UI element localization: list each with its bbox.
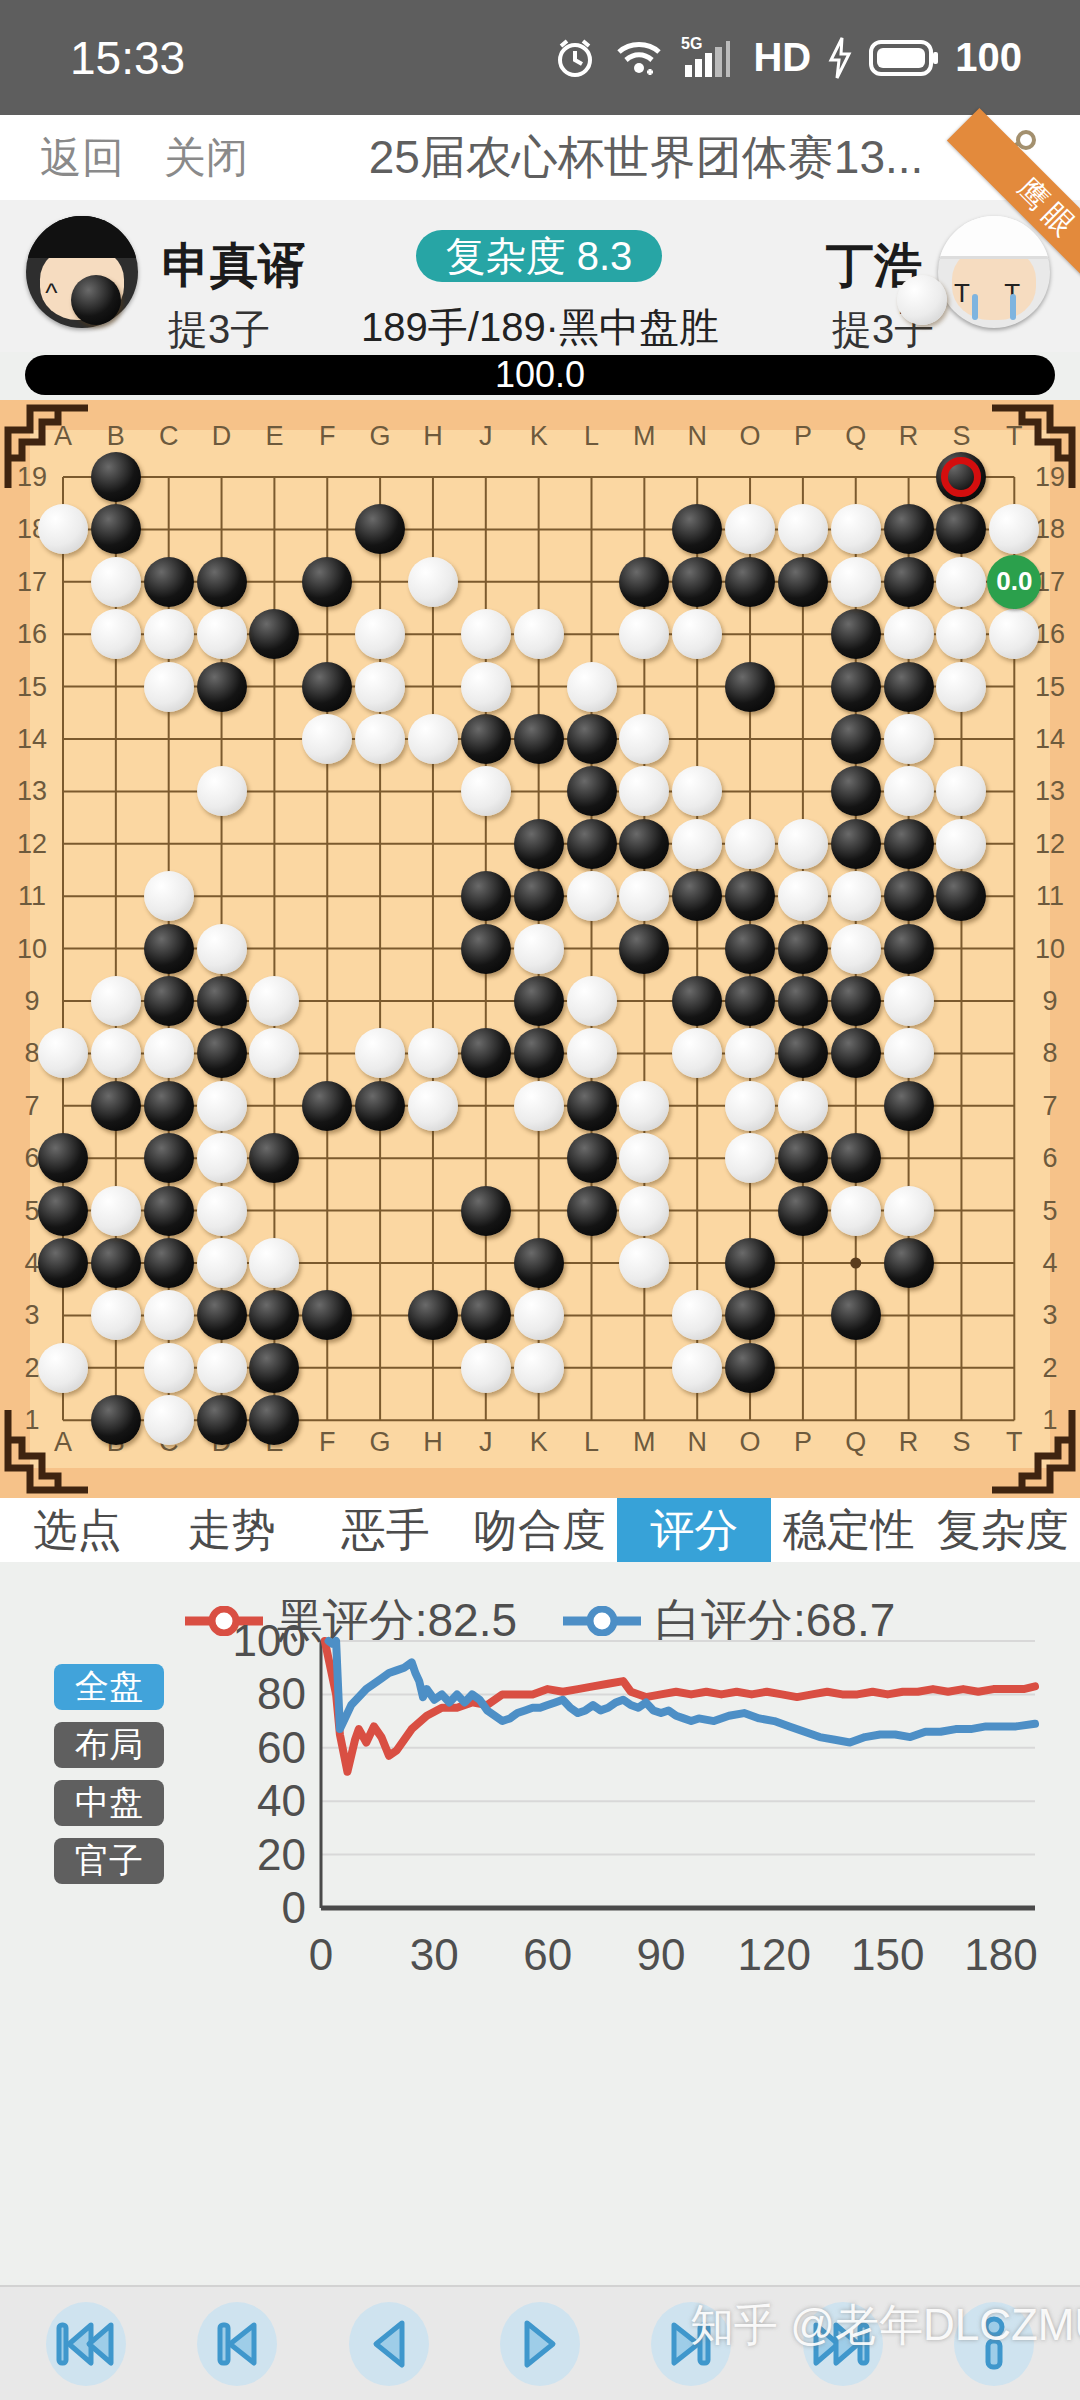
row-label-left: 15: [17, 671, 47, 702]
stone-black-B19: [91, 452, 141, 502]
stone-white-Q5: [831, 1186, 881, 1236]
stone-white-H17: [408, 557, 458, 607]
stone-white-C2: [144, 1343, 194, 1393]
col-label-bottom: P: [794, 1427, 812, 1458]
stone-white-C3: [144, 1290, 194, 1340]
stone-black-O15: [725, 662, 775, 712]
row-label-left: 19: [17, 462, 47, 493]
stone-white-R5: [884, 1186, 934, 1236]
status-icons: 5G HD 100: [553, 35, 1022, 81]
stone-white-O12: [725, 819, 775, 869]
stone-black-L14: [567, 714, 617, 764]
stone-black-M10: [619, 924, 669, 974]
board-corner-ornament: [990, 1408, 1080, 1498]
col-label-top: Q: [845, 421, 866, 452]
stone-white-M5: [619, 1186, 669, 1236]
stone-black-D8: [197, 1028, 247, 1078]
stone-black-L5: [567, 1186, 617, 1236]
stone-black-F17: [302, 557, 352, 607]
stone-black-R15: [884, 662, 934, 712]
col-label-bottom: N: [687, 1427, 707, 1458]
score-chart-panel: 黑评分:82.5 白评分:68.7 全盘布局中盘官子 0204060801000…: [0, 1562, 1080, 2285]
row-label-left: 10: [17, 933, 47, 964]
stone-white-G15: [355, 662, 405, 712]
stone-black-Q16: [831, 609, 881, 659]
stone-white-R13: [884, 766, 934, 816]
stone-black-J11: [461, 871, 511, 921]
app-screen: 15:33 5G HD 100 返回 关闭 25届农心杯世界团体赛13...: [0, 0, 1080, 2400]
stone-white-B3: [91, 1290, 141, 1340]
win-rate-bar: 100.0: [25, 355, 1055, 395]
stone-white-P7: [778, 1081, 828, 1131]
x-tick-0: 0: [309, 1930, 333, 1980]
stone-white-D5: [197, 1186, 247, 1236]
col-label-bottom: Q: [845, 1427, 866, 1458]
row-label-right: 16: [1035, 619, 1065, 650]
stone-black-P5: [778, 1186, 828, 1236]
row-label-left: 13: [17, 776, 47, 807]
stone-white-C11: [144, 871, 194, 921]
watermark: 知乎 @老年DLCZMU: [690, 2296, 1080, 2355]
stone-white-R9: [884, 976, 934, 1026]
analysis-tabs: 选点走势恶手吻合度评分稳定性复杂度: [0, 1498, 1080, 1562]
row-label-right: 2: [1042, 1352, 1057, 1383]
stone-black-J10: [461, 924, 511, 974]
stone-black-B1: [91, 1395, 141, 1445]
stone-white-R14: [884, 714, 934, 764]
stone-white-N13: [672, 766, 722, 816]
black-win-rate: 100.0: [495, 354, 585, 396]
stone-white-A2: [38, 1343, 88, 1393]
row-label-left: 11: [18, 881, 46, 912]
prev-branch-button[interactable]: [194, 2301, 280, 2387]
hd-indicator: HD: [753, 35, 811, 80]
stone-white-M14: [619, 714, 669, 764]
stone-white-N3: [672, 1290, 722, 1340]
wifi-icon: [613, 36, 665, 80]
stone-black-O3: [725, 1290, 775, 1340]
stone-white-D16: [197, 609, 247, 659]
stone-black-D15: [197, 662, 247, 712]
row-label-right: 13: [1035, 776, 1065, 807]
y-tick-40: 40: [186, 1776, 306, 1826]
stone-white-O7: [725, 1081, 775, 1131]
stone-white-P18: [778, 504, 828, 554]
row-label-left: 16: [17, 619, 47, 650]
stone-black-Q3: [831, 1290, 881, 1340]
stone-black-B7: [91, 1081, 141, 1131]
score-line-chart: [321, 1641, 1035, 1908]
col-label-bottom: F: [319, 1427, 336, 1458]
stone-white-N16: [672, 609, 722, 659]
col-label-top: G: [370, 421, 391, 452]
stone-black-N17: [672, 557, 722, 607]
battery-icon: [869, 38, 939, 78]
stone-white-C16: [144, 609, 194, 659]
row-label-right: 4: [1042, 1248, 1057, 1279]
charging-bolt-icon: [827, 36, 853, 80]
row-label-right: 8: [1042, 1038, 1057, 1069]
white-stone-indicator: [897, 275, 947, 325]
stone-white-B17: [91, 557, 141, 607]
stone-white-A8: [38, 1028, 88, 1078]
page-title: 25届农心杯世界团体赛13...: [308, 127, 984, 189]
stone-white-Q18: [831, 504, 881, 554]
stone-white-P12: [778, 819, 828, 869]
x-tick-150: 150: [851, 1930, 924, 1980]
stone-white-K7: [514, 1081, 564, 1131]
close-button[interactable]: 关闭: [164, 130, 248, 186]
stone-white-H7: [408, 1081, 458, 1131]
nav-bar: 返回 关闭 25届农心杯世界团体赛13...: [0, 115, 1080, 201]
stone-black-E16: [249, 609, 299, 659]
stone-white-Q11: [831, 871, 881, 921]
stone-white-K2: [514, 1343, 564, 1393]
stone-black-K8: [514, 1028, 564, 1078]
filter-1[interactable]: 布局: [54, 1722, 164, 1768]
stone-black-R18: [884, 504, 934, 554]
stone-black-S18: [936, 504, 986, 554]
col-label-top: J: [479, 421, 493, 452]
stone-black-A6: [38, 1133, 88, 1183]
players-panel: ^ ^ 申真谞 提3子 复杂度 8.3 189手/189·黑中盘胜 丁浩 提3子…: [0, 200, 1080, 352]
svg-text:5G: 5G: [681, 35, 702, 52]
stone-black-M12: [619, 819, 669, 869]
row-label-left: 12: [17, 828, 47, 859]
row-label-right: 14: [1035, 724, 1065, 755]
col-label-bottom: R: [899, 1427, 919, 1458]
signal-5g-icon: 5G: [681, 35, 737, 81]
stone-white-J2: [461, 1343, 511, 1393]
stone-black-D3: [197, 1290, 247, 1340]
row-label-right: 10: [1035, 933, 1065, 964]
stone-white-B8: [91, 1028, 141, 1078]
col-label-top: K: [530, 421, 548, 452]
stone-white-D6: [197, 1133, 247, 1183]
col-label-top: P: [794, 421, 812, 452]
stone-black-Q6: [831, 1133, 881, 1183]
col-label-top: O: [740, 421, 761, 452]
x-tick-120: 120: [738, 1930, 811, 1980]
stone-black-E1: [249, 1395, 299, 1445]
stone-black-E2: [249, 1343, 299, 1393]
col-label-bottom: G: [370, 1427, 391, 1458]
stone-white-B9: [91, 976, 141, 1026]
stone-white-O8: [725, 1028, 775, 1078]
stone-black-Q15: [831, 662, 881, 712]
stone-black-C9: [144, 976, 194, 1026]
stone-black-O17: [725, 557, 775, 607]
stone-black-P6: [778, 1133, 828, 1183]
stone-white-Q10: [831, 924, 881, 974]
stone-black-K12: [514, 819, 564, 869]
stone-black-N11: [672, 871, 722, 921]
clock-time: 15:33: [70, 31, 185, 85]
x-tick-180: 180: [964, 1930, 1037, 1980]
stone-white-O6: [725, 1133, 775, 1183]
stone-white-L8: [567, 1028, 617, 1078]
tab-5[interactable]: 稳定性: [771, 1498, 925, 1562]
row-label-right: 18: [1035, 514, 1065, 545]
stone-white-K16: [514, 609, 564, 659]
stone-white-S13: [936, 766, 986, 816]
stone-black-G18: [355, 504, 405, 554]
stone-black-G7: [355, 1081, 405, 1131]
stone-white-E8: [249, 1028, 299, 1078]
step-back-button[interactable]: [346, 2301, 432, 2387]
row-label-right: 7: [1042, 1090, 1057, 1121]
stone-white-Q17: [831, 557, 881, 607]
stone-black-K4: [514, 1238, 564, 1288]
stone-white-G16: [355, 609, 405, 659]
stone-white-T18: [989, 504, 1039, 554]
stone-white-G8: [355, 1028, 405, 1078]
tab-6[interactable]: 复杂度: [926, 1498, 1080, 1562]
stone-white-N8: [672, 1028, 722, 1078]
stone-black-S11: [936, 871, 986, 921]
stone-black-F15: [302, 662, 352, 712]
stone-white-L9: [567, 976, 617, 1026]
row-label-left: 7: [24, 1090, 39, 1121]
white-player-avatar: T T: [938, 216, 1050, 328]
y-tick-100: 100: [186, 1616, 306, 1666]
stone-black-Q9: [831, 976, 881, 1026]
col-label-top: E: [265, 421, 283, 452]
filter-0[interactable]: 全盘: [54, 1664, 164, 1710]
stone-black-F7: [302, 1081, 352, 1131]
stone-black-O11: [725, 871, 775, 921]
stone-white-M7: [619, 1081, 669, 1131]
row-label-right: 9: [1042, 986, 1057, 1017]
stone-white-M6: [619, 1133, 669, 1183]
col-label-top: L: [584, 421, 599, 452]
stone-black-D1: [197, 1395, 247, 1445]
y-tick-80: 80: [186, 1669, 306, 1719]
stone-white-E9: [249, 976, 299, 1026]
score-change-badge: 0.0: [987, 555, 1041, 609]
col-label-bottom: J: [479, 1427, 493, 1458]
stone-black-P17: [778, 557, 828, 607]
complexity-badge: 复杂度 8.3: [416, 230, 662, 282]
row-label-right: 3: [1042, 1300, 1057, 1331]
stone-black-E3: [249, 1290, 299, 1340]
stone-white-D7: [197, 1081, 247, 1131]
stone-black-L7: [567, 1081, 617, 1131]
stone-black-C10: [144, 924, 194, 974]
stone-white-C8: [144, 1028, 194, 1078]
stone-black-Q12: [831, 819, 881, 869]
last-move-marker: [941, 457, 981, 497]
stone-black-C6: [144, 1133, 194, 1183]
stone-white-M11: [619, 871, 669, 921]
stone-black-J14: [461, 714, 511, 764]
row-label-left: 17: [17, 566, 47, 597]
stone-black-L6: [567, 1133, 617, 1183]
stone-white-F14: [302, 714, 352, 764]
stone-black-O10: [725, 924, 775, 974]
stone-black-L12: [567, 819, 617, 869]
row-label-left: 1: [24, 1405, 39, 1436]
col-label-top: D: [212, 421, 232, 452]
stone-black-D9: [197, 976, 247, 1026]
black-player-name: 申真谞: [162, 234, 306, 298]
x-tick-90: 90: [637, 1930, 686, 1980]
col-label-top: F: [319, 421, 336, 452]
stone-black-R17: [884, 557, 934, 607]
stone-white-D2: [197, 1343, 247, 1393]
stone-white-C1: [144, 1395, 194, 1445]
stone-black-O4: [725, 1238, 775, 1288]
stone-black-F3: [302, 1290, 352, 1340]
stone-black-C7: [144, 1081, 194, 1131]
stone-white-H8: [408, 1028, 458, 1078]
stone-white-M4: [619, 1238, 669, 1288]
row-label-left: 3: [24, 1300, 39, 1331]
col-label-top: N: [687, 421, 707, 452]
stone-black-B18: [91, 504, 141, 554]
stone-black-J8: [461, 1028, 511, 1078]
row-label-left: 14: [17, 724, 47, 755]
stone-white-T16: [989, 609, 1039, 659]
stone-white-H14: [408, 714, 458, 764]
stone-white-C15: [144, 662, 194, 712]
stone-black-R4: [884, 1238, 934, 1288]
y-tick-60: 60: [186, 1723, 306, 1773]
alarm-icon: [553, 36, 597, 80]
col-label-bottom: T: [1006, 1427, 1023, 1458]
stone-white-P11: [778, 871, 828, 921]
stone-black-C17: [144, 557, 194, 607]
stone-white-L15: [567, 662, 617, 712]
stone-black-Q8: [831, 1028, 881, 1078]
back-button[interactable]: 返回: [40, 130, 124, 186]
stone-white-R8: [884, 1028, 934, 1078]
tab-2[interactable]: 恶手: [309, 1498, 463, 1562]
stone-black-N9: [672, 976, 722, 1026]
stone-black-R7: [884, 1081, 934, 1131]
stone-white-J16: [461, 609, 511, 659]
stone-black-A5: [38, 1186, 88, 1236]
stone-black-R12: [884, 819, 934, 869]
stone-black-J3: [461, 1290, 511, 1340]
filter-2[interactable]: 中盘: [54, 1780, 164, 1826]
board-corner-ornament: [0, 1408, 90, 1498]
stone-black-M17: [619, 557, 669, 607]
stone-white-N2: [672, 1343, 722, 1393]
stone-black-J5: [461, 1186, 511, 1236]
col-label-top: B: [107, 421, 125, 452]
col-label-bottom: L: [584, 1427, 599, 1458]
stone-white-L11: [567, 871, 617, 921]
tab-4[interactable]: 评分: [617, 1498, 771, 1562]
stone-black-Q14: [831, 714, 881, 764]
stone-white-K10: [514, 924, 564, 974]
y-tick-20: 20: [186, 1830, 306, 1880]
stone-white-D4: [197, 1238, 247, 1288]
stone-white-J13: [461, 766, 511, 816]
stone-black-D17: [197, 557, 247, 607]
col-label-bottom: O: [740, 1427, 761, 1458]
stone-white-D10: [197, 924, 247, 974]
stone-white-D13: [197, 766, 247, 816]
stone-white-M13: [619, 766, 669, 816]
tab-3[interactable]: 吻合度: [463, 1498, 617, 1562]
stone-black-P8: [778, 1028, 828, 1078]
stone-white-S16: [936, 609, 986, 659]
stone-white-K3: [514, 1290, 564, 1340]
stone-black-K14: [514, 714, 564, 764]
range-filters: 全盘布局中盘官子: [54, 1664, 164, 1884]
stone-black-E6: [249, 1133, 299, 1183]
stone-white-G14: [355, 714, 405, 764]
stone-black-O2: [725, 1343, 775, 1393]
battery-percent: 100: [955, 35, 1022, 80]
y-tick-0: 0: [186, 1883, 306, 1933]
go-board[interactable]: AABBCCDDEEFFGGHHJJKKLLMMNNOOPPQQRRSSTT19…: [0, 400, 1080, 1498]
stone-white-N12: [672, 819, 722, 869]
col-label-bottom: A: [54, 1427, 72, 1458]
stone-black-A4: [38, 1238, 88, 1288]
col-label-top: M: [633, 421, 656, 452]
stone-white-S17: [936, 557, 986, 607]
rewind-to-start-button[interactable]: [43, 2301, 129, 2387]
row-label-right: 19: [1035, 462, 1065, 493]
col-label-bottom: M: [633, 1427, 656, 1458]
stone-black-C4: [144, 1238, 194, 1288]
stone-black-P9: [778, 976, 828, 1026]
stone-white-B16: [91, 609, 141, 659]
stone-black-B4: [91, 1238, 141, 1288]
tab-1[interactable]: 走势: [154, 1498, 308, 1562]
stone-white-S12: [936, 819, 986, 869]
stone-black-P10: [778, 924, 828, 974]
col-label-top: C: [159, 421, 179, 452]
stone-white-R16: [884, 609, 934, 659]
stone-black-R10: [884, 924, 934, 974]
filter-3[interactable]: 官子: [54, 1838, 164, 1884]
stone-white-S15: [936, 662, 986, 712]
col-label-bottom: K: [530, 1427, 548, 1458]
stone-white-J15: [461, 662, 511, 712]
step-forward-button[interactable]: [497, 2301, 583, 2387]
col-label-bottom: H: [423, 1427, 443, 1458]
stone-black-H3: [408, 1290, 458, 1340]
stone-white-B5: [91, 1186, 141, 1236]
col-label-top: R: [899, 421, 919, 452]
col-label-bottom: S: [952, 1427, 970, 1458]
row-label-left: 9: [24, 986, 39, 1017]
stone-black-C5: [144, 1186, 194, 1236]
legend-white-marker-icon: [563, 1606, 641, 1636]
stone-black-K11: [514, 871, 564, 921]
stone-black-O9: [725, 976, 775, 1026]
col-label-top: T: [1006, 421, 1023, 452]
stone-black-R11: [884, 871, 934, 921]
stone-black-K9: [514, 976, 564, 1026]
col-label-top: A: [54, 421, 72, 452]
row-label-right: 6: [1042, 1143, 1057, 1174]
row-label-right: 11: [1036, 881, 1064, 912]
stone-white-E4: [249, 1238, 299, 1288]
stone-black-L13: [567, 766, 617, 816]
row-label-right: 1: [1042, 1405, 1057, 1436]
row-label-right: 5: [1042, 1195, 1057, 1226]
x-tick-60: 60: [523, 1930, 572, 1980]
x-tick-30: 30: [410, 1930, 459, 1980]
row-label-right: 15: [1035, 671, 1065, 702]
tab-0[interactable]: 选点: [0, 1498, 154, 1562]
row-label-right: 12: [1035, 828, 1065, 859]
